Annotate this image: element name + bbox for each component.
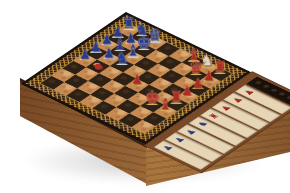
checker-disc <box>252 80 264 87</box>
square-e3[interactable] <box>114 86 138 100</box>
square-g2[interactable] <box>129 106 153 120</box>
stored-red-rook: ♜ <box>207 112 221 120</box>
square-c1[interactable] <box>66 88 90 102</box>
bishop-glyph: ♝ <box>158 97 171 112</box>
checker-disc <box>276 91 288 98</box>
stored-blue-pawn: ♟ <box>184 128 198 136</box>
drawer-slot-blue-pawn[interactable]: ♟ <box>165 132 222 162</box>
drawer-slot-checkers[interactable] <box>247 77 290 107</box>
square-f2[interactable] <box>116 100 140 114</box>
drawer-slot-red-pawn[interactable]: ♟ <box>223 93 280 123</box>
checker-disc <box>283 95 290 102</box>
pawn-glyph: ♟ <box>131 73 143 86</box>
square-f1[interactable] <box>105 107 129 121</box>
stored-red-pawn: ♟ <box>219 104 233 112</box>
drawer-slot-blue-pawn[interactable]: ♟ <box>177 124 234 154</box>
drawer-slot-blue-knight[interactable]: ♞ <box>189 116 246 146</box>
drawer-slot-red-pawn[interactable]: ♟ <box>212 100 269 130</box>
checker-disc <box>260 83 272 90</box>
stored-blue-pawn: ♟ <box>172 136 186 144</box>
square-b1[interactable] <box>53 82 77 96</box>
stored-blue-knight: ♞ <box>196 120 210 128</box>
drawer-slot-red-pawn[interactable]: ♟ <box>235 85 290 115</box>
square-e1[interactable] <box>92 101 116 115</box>
chess-set-photo: ♟♟♟♜♞♟♟♟ ♜♞♟♛♟♟♚♝♟♝♟♟♞♝♞♜♛♟♟♟♟♜♚♝ <box>0 0 290 193</box>
drawer-slot-red-rook[interactable]: ♜ <box>200 108 257 138</box>
red-bishop-h3[interactable]: ♝ <box>156 93 174 113</box>
stored-red-pawn: ♟ <box>230 96 244 104</box>
square-g1[interactable] <box>118 113 142 127</box>
square-h2[interactable] <box>142 112 166 126</box>
stored-blue-pawn: ♟ <box>161 144 175 152</box>
square-d2[interactable] <box>90 87 114 101</box>
red-pawn-e4[interactable]: ♟ <box>128 67 146 87</box>
square-h1[interactable] <box>131 120 155 134</box>
square-c2[interactable] <box>77 81 101 95</box>
square-d1[interactable] <box>79 95 103 109</box>
square-e2[interactable] <box>103 93 127 107</box>
stored-red-pawn: ♟ <box>242 88 256 96</box>
square-d3[interactable] <box>101 80 125 94</box>
checker-disc <box>268 87 280 94</box>
